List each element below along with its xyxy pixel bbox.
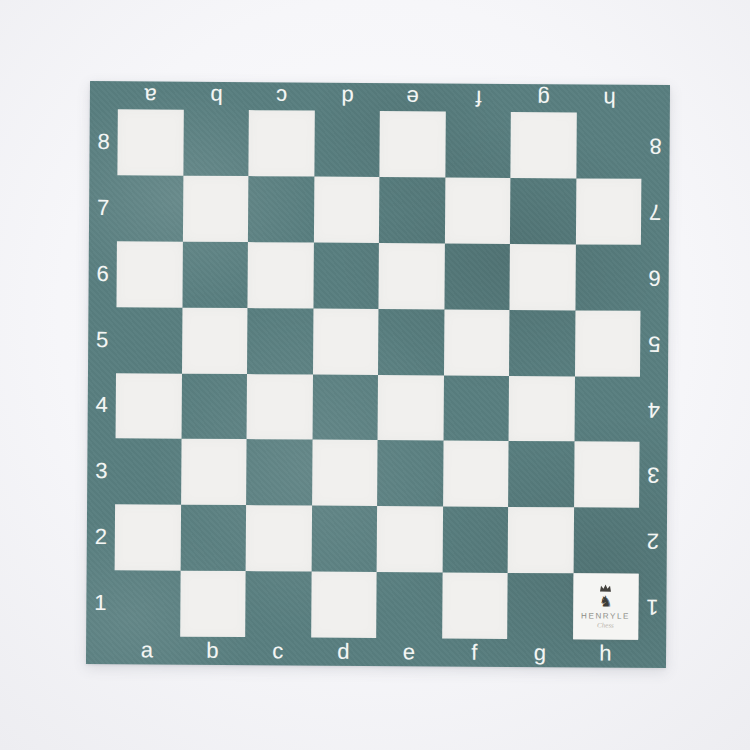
square-a3[interactable] — [115, 439, 181, 505]
rank-labels-right-8: 8 — [641, 113, 669, 179]
square-h3[interactable] — [574, 442, 640, 508]
file-labels-bottom-g: g — [507, 639, 573, 667]
square-a2[interactable] — [115, 504, 181, 570]
rank-labels-left-7: 7 — [89, 175, 117, 241]
square-g8[interactable] — [510, 112, 576, 178]
file-labels-bottom-c: c — [245, 637, 311, 665]
square-c6[interactable] — [247, 242, 313, 308]
chess-mat: abcdefgh abcdefgh 87654321 87654321 ♞ HE… — [86, 81, 670, 668]
file-labels-top-d: d — [314, 83, 380, 111]
square-d8[interactable] — [314, 111, 380, 177]
square-h7[interactable] — [575, 178, 641, 244]
square-f2[interactable] — [442, 507, 508, 573]
square-b3[interactable] — [181, 439, 247, 505]
square-g5[interactable] — [509, 310, 575, 376]
square-g4[interactable] — [509, 375, 575, 441]
rank-labels-left: 87654321 — [86, 109, 118, 636]
square-c8[interactable] — [248, 110, 314, 176]
square-b5[interactable] — [182, 307, 248, 373]
file-labels-top: abcdefgh — [118, 81, 642, 113]
square-a6[interactable] — [116, 241, 182, 307]
square-e5[interactable] — [378, 309, 444, 375]
file-labels-top-g: g — [511, 84, 577, 112]
square-d6[interactable] — [313, 242, 379, 308]
file-labels-top-b: b — [183, 82, 249, 110]
square-d5[interactable] — [313, 308, 379, 374]
square-c1[interactable] — [245, 571, 311, 637]
rank-labels-right-6: 6 — [640, 245, 668, 311]
brand-name: HENRYLE — [581, 612, 630, 620]
square-a8[interactable] — [117, 109, 183, 175]
file-labels-top-f: f — [445, 83, 511, 111]
file-labels-bottom-a: a — [114, 636, 180, 664]
square-e3[interactable] — [377, 440, 443, 506]
rank-labels-left-3: 3 — [87, 438, 115, 504]
square-c4[interactable] — [247, 374, 313, 440]
file-labels-top-h: h — [576, 84, 642, 112]
square-f3[interactable] — [443, 441, 509, 507]
square-f1[interactable] — [442, 573, 508, 639]
rank-labels-left-2: 2 — [87, 504, 115, 570]
square-f6[interactable] — [444, 243, 510, 309]
square-e2[interactable] — [377, 506, 443, 572]
square-f7[interactable] — [444, 177, 510, 243]
rank-labels-left-5: 5 — [88, 307, 116, 373]
square-h2[interactable] — [573, 508, 639, 574]
square-g3[interactable] — [508, 441, 574, 507]
square-e6[interactable] — [378, 243, 444, 309]
rank-labels-right-4: 4 — [640, 376, 668, 442]
file-labels-bottom-d: d — [310, 638, 376, 666]
square-e1[interactable] — [376, 572, 442, 638]
square-h6[interactable] — [575, 244, 641, 310]
file-labels-bottom-f: f — [441, 638, 507, 666]
square-h8[interactable] — [576, 112, 642, 178]
crown-icon — [599, 584, 613, 593]
square-d4[interactable] — [312, 374, 378, 440]
square-f4[interactable] — [443, 375, 509, 441]
square-h4[interactable] — [574, 376, 640, 442]
square-g6[interactable] — [509, 244, 575, 310]
rank-labels-right-1: 1 — [638, 574, 666, 640]
knight-icon: ♞ — [599, 595, 613, 610]
square-d1[interactable] — [311, 572, 377, 638]
square-d7[interactable] — [313, 176, 379, 242]
square-b4[interactable] — [181, 373, 247, 439]
square-e8[interactable] — [379, 111, 445, 177]
square-a7[interactable] — [117, 175, 183, 241]
square-b6[interactable] — [182, 241, 248, 307]
square-c5[interactable] — [247, 308, 313, 374]
brand-subtitle: Chess — [597, 623, 614, 630]
square-f8[interactable] — [445, 111, 511, 177]
rank-labels-left-8: 8 — [89, 109, 117, 175]
file-labels-top-a: a — [118, 81, 184, 109]
rank-labels-right-2: 2 — [639, 508, 667, 574]
file-labels-top-c: c — [249, 82, 315, 110]
brand-logo: ♞ HENRYLE Chess — [573, 573, 639, 639]
file-labels-bottom: abcdefgh — [114, 636, 638, 668]
square-e7[interactable] — [379, 177, 445, 243]
square-a1[interactable] — [114, 570, 180, 636]
square-f5[interactable] — [443, 309, 509, 375]
file-labels-bottom-h: h — [572, 639, 638, 667]
photo-background: abcdefgh abcdefgh 87654321 87654321 ♞ HE… — [0, 0, 750, 750]
square-c7[interactable] — [248, 176, 314, 242]
square-e4[interactable] — [378, 375, 444, 441]
rank-labels-right-3: 3 — [639, 442, 667, 508]
file-labels-bottom-b: b — [179, 637, 245, 665]
square-c3[interactable] — [246, 439, 312, 505]
rank-labels-left-1: 1 — [86, 570, 114, 636]
rank-labels-right-5: 5 — [640, 310, 668, 376]
square-a5[interactable] — [116, 307, 182, 373]
square-g1[interactable] — [507, 573, 573, 639]
rank-labels-left-6: 6 — [88, 241, 116, 307]
square-h5[interactable] — [574, 310, 640, 376]
square-g2[interactable] — [508, 507, 574, 573]
square-a4[interactable] — [116, 373, 182, 439]
chess-board — [114, 109, 642, 640]
file-labels-bottom-e: e — [376, 638, 442, 666]
square-b1[interactable] — [180, 571, 246, 637]
square-b2[interactable] — [180, 505, 246, 571]
file-labels-top-e: e — [380, 83, 446, 111]
square-g7[interactable] — [510, 178, 576, 244]
square-d3[interactable] — [312, 440, 378, 506]
rank-labels-right-7: 7 — [641, 179, 669, 245]
square-b7[interactable] — [182, 176, 248, 242]
rank-labels-left-4: 4 — [88, 372, 116, 438]
square-b8[interactable] — [183, 110, 249, 176]
square-d2[interactable] — [311, 506, 377, 572]
rank-labels-right: 87654321 — [638, 113, 670, 640]
square-c2[interactable] — [246, 505, 312, 571]
